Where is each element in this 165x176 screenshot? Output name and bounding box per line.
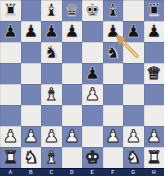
square-c2[interactable]: ♟ <box>41 126 62 147</box>
square-e7[interactable] <box>82 21 103 42</box>
square-b3[interactable] <box>21 105 42 126</box>
file-label-d: D <box>62 169 83 176</box>
black-pawn: ♟ <box>146 21 161 42</box>
file-label-f: F <box>103 169 124 176</box>
file-label-b: B <box>21 169 42 176</box>
square-g1[interactable]: ♞ <box>123 147 144 168</box>
chess-app: ♜♝♛♚♝♜♟♟♟♟♟♟♟♞♞♟♛♝♟♟♟♟♟♟♟♟♜♞♝♚♞♜ ABCDEFG… <box>0 0 164 176</box>
square-e2[interactable] <box>82 126 103 147</box>
white-bishop: ♝ <box>44 84 59 105</box>
square-g8[interactable] <box>123 0 144 21</box>
square-a1[interactable]: ♜ <box>0 147 21 168</box>
square-d6[interactable] <box>62 42 83 63</box>
square-c3[interactable] <box>41 105 62 126</box>
square-c5[interactable] <box>41 63 62 84</box>
white-pawn: ♟ <box>126 126 141 147</box>
square-e4[interactable]: ♟ <box>82 84 103 105</box>
square-h4[interactable] <box>144 84 165 105</box>
square-e5[interactable]: ♟ <box>82 63 103 84</box>
square-a5[interactable] <box>0 63 21 84</box>
square-f7[interactable]: ♟ <box>103 21 124 42</box>
black-knight: ♞ <box>105 42 120 63</box>
black-queen: ♛ <box>64 0 79 21</box>
file-coordinates: ABCDEFGH <box>0 168 164 176</box>
black-bishop: ♝ <box>105 0 120 21</box>
black-pawn: ♟ <box>44 21 59 42</box>
square-g4[interactable] <box>123 84 144 105</box>
white-queen: ♛ <box>146 63 161 84</box>
square-b2[interactable]: ♟ <box>21 126 42 147</box>
square-h1[interactable]: ♜ <box>144 147 165 168</box>
white-pawn: ♟ <box>85 84 100 105</box>
square-b7[interactable]: ♟ <box>21 21 42 42</box>
white-rook: ♜ <box>3 147 18 168</box>
square-d3[interactable] <box>62 105 83 126</box>
white-pawn: ♟ <box>64 126 79 147</box>
black-rook: ♜ <box>146 0 161 21</box>
black-pawn: ♟ <box>3 21 18 42</box>
square-f5[interactable] <box>103 63 124 84</box>
square-d8[interactable]: ♛ <box>62 0 83 21</box>
square-g7[interactable]: ♟ <box>123 21 144 42</box>
chess-board: ♜♝♛♚♝♜♟♟♟♟♟♟♟♞♞♟♛♝♟♟♟♟♟♟♟♟♜♞♝♚♞♜ <box>0 0 164 168</box>
square-a8[interactable]: ♜ <box>0 0 21 21</box>
square-a7[interactable]: ♟ <box>0 21 21 42</box>
square-f3[interactable] <box>103 105 124 126</box>
black-rook: ♜ <box>3 0 18 21</box>
square-c7[interactable]: ♟ <box>41 21 62 42</box>
square-e8[interactable]: ♚ <box>82 0 103 21</box>
file-label-c: C <box>41 169 62 176</box>
black-pawn: ♟ <box>105 21 120 42</box>
square-b5[interactable] <box>21 63 42 84</box>
white-bishop: ♝ <box>44 147 59 168</box>
square-c6[interactable]: ♞ <box>41 42 62 63</box>
black-pawn: ♟ <box>23 21 38 42</box>
square-c1[interactable]: ♝ <box>41 147 62 168</box>
black-king: ♚ <box>85 0 100 21</box>
black-pawn: ♟ <box>85 63 100 84</box>
square-f2[interactable]: ♟ <box>103 126 124 147</box>
square-e6[interactable] <box>82 42 103 63</box>
square-g2[interactable]: ♟ <box>123 126 144 147</box>
square-c8[interactable]: ♝ <box>41 0 62 21</box>
square-h7[interactable]: ♟ <box>144 21 165 42</box>
square-h2[interactable]: ♟ <box>144 126 165 147</box>
square-c4[interactable]: ♝ <box>41 84 62 105</box>
file-label-a: A <box>0 169 21 176</box>
square-h6[interactable] <box>144 42 165 63</box>
white-rook: ♜ <box>146 147 161 168</box>
file-label-g: G <box>123 169 144 176</box>
square-d7[interactable]: ♟ <box>62 21 83 42</box>
square-b6[interactable] <box>21 42 42 63</box>
square-d2[interactable]: ♟ <box>62 126 83 147</box>
square-f1[interactable] <box>103 147 124 168</box>
square-g3[interactable] <box>123 105 144 126</box>
square-b4[interactable] <box>21 84 42 105</box>
square-g6[interactable] <box>123 42 144 63</box>
square-f8[interactable]: ♝ <box>103 0 124 21</box>
square-e3[interactable] <box>82 105 103 126</box>
square-b8[interactable] <box>21 0 42 21</box>
white-pawn: ♟ <box>3 126 18 147</box>
white-pawn: ♟ <box>23 126 38 147</box>
square-a6[interactable] <box>0 42 21 63</box>
square-a4[interactable] <box>0 84 21 105</box>
square-a3[interactable] <box>0 105 21 126</box>
square-h8[interactable]: ♜ <box>144 0 165 21</box>
square-h3[interactable] <box>144 105 165 126</box>
square-g5[interactable] <box>123 63 144 84</box>
square-f6[interactable]: ♞ <box>103 42 124 63</box>
white-pawn: ♟ <box>105 126 120 147</box>
square-d4[interactable] <box>62 84 83 105</box>
square-h5[interactable]: ♛ <box>144 63 165 84</box>
black-bishop: ♝ <box>44 0 59 21</box>
white-knight: ♞ <box>23 147 38 168</box>
white-pawn: ♟ <box>44 126 59 147</box>
file-label-e: E <box>82 169 103 176</box>
white-king: ♚ <box>85 147 100 168</box>
square-b1[interactable]: ♞ <box>21 147 42 168</box>
square-a2[interactable]: ♟ <box>0 126 21 147</box>
square-f4[interactable] <box>103 84 124 105</box>
file-label-h: H <box>144 169 165 176</box>
white-pawn: ♟ <box>146 126 161 147</box>
white-knight: ♞ <box>126 147 141 168</box>
black-pawn: ♟ <box>126 21 141 42</box>
black-knight: ♞ <box>44 42 59 63</box>
square-d5[interactable] <box>62 63 83 84</box>
square-e1[interactable]: ♚ <box>82 147 103 168</box>
square-d1[interactable] <box>62 147 83 168</box>
black-pawn: ♟ <box>64 21 79 42</box>
